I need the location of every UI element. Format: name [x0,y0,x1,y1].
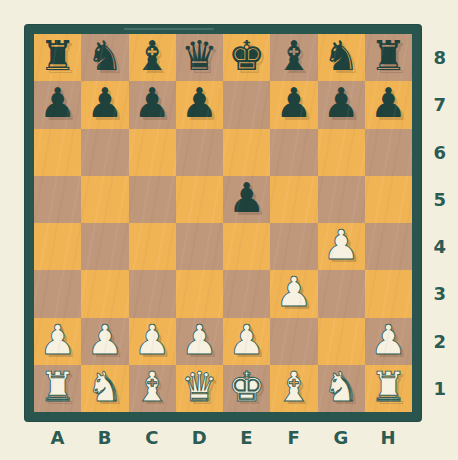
board-frame: ♜♞♝♛♚♝♞♜♟♟♟♟♟♟♟♟♟♟♟♟♟♟♟♟♜♞♝♛♚♝♞♜ [24,24,422,422]
piece-white-rook-h1[interactable]: ♜ [370,367,407,408]
square-c5[interactable] [129,176,176,223]
square-e4[interactable] [223,223,270,270]
square-h5[interactable] [365,176,412,223]
square-g8[interactable]: ♞ [318,34,365,81]
square-a7[interactable]: ♟ [34,81,81,128]
square-f6[interactable] [270,129,317,176]
square-h4[interactable] [365,223,412,270]
piece-black-bishop-f8[interactable]: ♝ [275,36,312,77]
piece-black-pawn-b7[interactable]: ♟ [86,83,123,124]
piece-white-pawn-a2[interactable]: ♟ [39,320,76,361]
square-c1[interactable]: ♝ [129,365,176,412]
rank-label-3: 3 [426,270,454,317]
square-e2[interactable]: ♟ [223,318,270,365]
square-a8[interactable]: ♜ [34,34,81,81]
rank-label-7: 7 [426,81,454,128]
square-d5[interactable] [176,176,223,223]
square-a2[interactable]: ♟ [34,318,81,365]
square-a4[interactable] [34,223,81,270]
piece-black-pawn-a7[interactable]: ♟ [39,83,76,124]
piece-black-pawn-h7[interactable]: ♟ [370,83,407,124]
square-h6[interactable] [365,129,412,176]
piece-black-bishop-c8[interactable]: ♝ [134,36,171,77]
rank-label-1: 1 [426,365,454,412]
piece-black-rook-h8[interactable]: ♜ [370,36,407,77]
piece-white-bishop-c1[interactable]: ♝ [134,367,171,408]
piece-white-rook-a1[interactable]: ♜ [39,367,76,408]
rank-label-2: 2 [426,318,454,365]
rank-labels: 87654321 [426,34,454,412]
rank-label-6: 6 [426,129,454,176]
square-g6[interactable] [318,129,365,176]
square-g5[interactable] [318,176,365,223]
square-f5[interactable] [270,176,317,223]
square-c7[interactable]: ♟ [129,81,176,128]
square-h3[interactable] [365,270,412,317]
rank-label-5: 5 [426,176,454,223]
square-d2[interactable]: ♟ [176,318,223,365]
chess-board: ♜♞♝♛♚♝♞♜♟♟♟♟♟♟♟♟♟♟♟♟♟♟♟♟♜♞♝♛♚♝♞♜ [34,34,412,412]
square-g1[interactable]: ♞ [318,365,365,412]
square-a6[interactable] [34,129,81,176]
square-b3[interactable] [81,270,128,317]
piece-white-pawn-c2[interactable]: ♟ [134,320,171,361]
square-a1[interactable]: ♜ [34,365,81,412]
square-b1[interactable]: ♞ [81,365,128,412]
square-c6[interactable] [129,129,176,176]
square-e6[interactable] [223,129,270,176]
piece-white-pawn-b2[interactable]: ♟ [86,320,123,361]
piece-black-king-e8[interactable]: ♚ [228,36,265,77]
file-labels: ABCDEFGH [34,423,412,451]
rank-label-8: 8 [426,34,454,81]
piece-white-pawn-d2[interactable]: ♟ [181,320,218,361]
square-a3[interactable] [34,270,81,317]
square-e7[interactable] [223,81,270,128]
square-f1[interactable]: ♝ [270,365,317,412]
piece-white-knight-g1[interactable]: ♞ [323,367,360,408]
piece-black-knight-b8[interactable]: ♞ [86,36,123,77]
square-g7[interactable]: ♟ [318,81,365,128]
square-f8[interactable]: ♝ [270,34,317,81]
file-label-a: A [34,423,81,451]
square-h2[interactable]: ♟ [365,318,412,365]
piece-white-pawn-g4[interactable]: ♟ [323,225,360,266]
square-d8[interactable]: ♛ [176,34,223,81]
file-label-d: D [176,423,223,451]
file-label-c: C [129,423,176,451]
square-f4[interactable] [270,223,317,270]
file-label-e: E [223,423,270,451]
file-label-h: H [365,423,412,451]
square-f2[interactable] [270,318,317,365]
piece-black-pawn-d7[interactable]: ♟ [181,83,218,124]
piece-white-pawn-f3[interactable]: ♟ [275,272,312,313]
piece-black-pawn-e5[interactable]: ♟ [228,178,265,219]
file-label-f: F [270,423,317,451]
piece-white-pawn-h2[interactable]: ♟ [370,320,407,361]
square-d1[interactable]: ♛ [176,365,223,412]
square-e1[interactable]: ♚ [223,365,270,412]
square-g4[interactable]: ♟ [318,223,365,270]
square-b6[interactable] [81,129,128,176]
piece-white-queen-d1[interactable]: ♛ [181,367,218,408]
square-c3[interactable] [129,270,176,317]
piece-black-pawn-c7[interactable]: ♟ [134,83,171,124]
chessboard-illustration: ♜♞♝♛♚♝♞♜♟♟♟♟♟♟♟♟♟♟♟♟♟♟♟♟♜♞♝♛♚♝♞♜ 8765432… [0,0,458,460]
square-e3[interactable] [223,270,270,317]
square-e8[interactable]: ♚ [223,34,270,81]
piece-black-knight-g8[interactable]: ♞ [323,36,360,77]
square-g3[interactable] [318,270,365,317]
piece-black-pawn-f7[interactable]: ♟ [275,83,312,124]
square-d3[interactable] [176,270,223,317]
piece-black-rook-a8[interactable]: ♜ [39,36,76,77]
square-b2[interactable]: ♟ [81,318,128,365]
square-b5[interactable] [81,176,128,223]
square-c8[interactable]: ♝ [129,34,176,81]
square-d6[interactable] [176,129,223,176]
piece-white-pawn-e2[interactable]: ♟ [228,320,265,361]
file-label-g: G [318,423,365,451]
square-d4[interactable] [176,223,223,270]
square-f3[interactable]: ♟ [270,270,317,317]
rank-label-4: 4 [426,223,454,270]
square-b8[interactable]: ♞ [81,34,128,81]
square-c2[interactable]: ♟ [129,318,176,365]
square-e5[interactable]: ♟ [223,176,270,223]
square-b7[interactable]: ♟ [81,81,128,128]
piece-black-queen-d8[interactable]: ♛ [181,36,218,77]
piece-white-knight-b1[interactable]: ♞ [86,367,123,408]
square-d7[interactable]: ♟ [176,81,223,128]
file-label-b: B [81,423,128,451]
square-h8[interactable]: ♜ [365,34,412,81]
square-g2[interactable] [318,318,365,365]
square-f7[interactable]: ♟ [270,81,317,128]
square-h7[interactable]: ♟ [365,81,412,128]
square-c4[interactable] [129,223,176,270]
piece-white-bishop-f1[interactable]: ♝ [275,367,312,408]
square-h1[interactable]: ♜ [365,365,412,412]
piece-black-pawn-g7[interactable]: ♟ [323,83,360,124]
square-a5[interactable] [34,176,81,223]
square-b4[interactable] [81,223,128,270]
piece-white-king-e1[interactable]: ♚ [228,367,265,408]
